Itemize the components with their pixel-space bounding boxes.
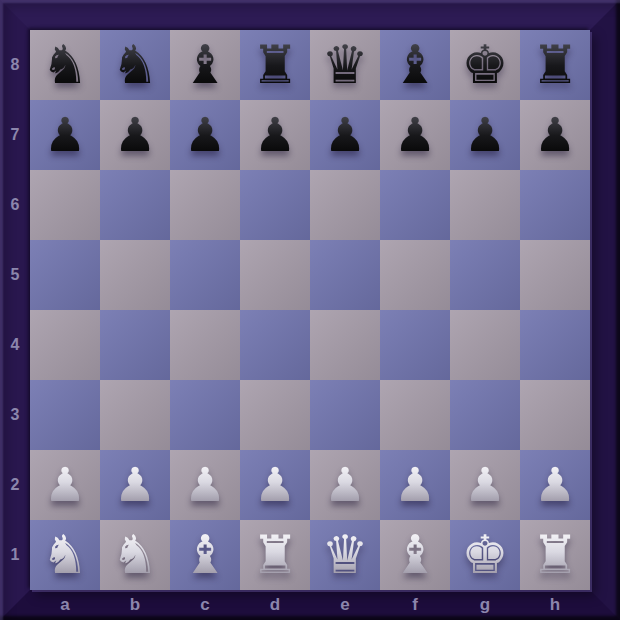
piece-white-pawn[interactable]: ♟: [534, 461, 576, 508]
square-h3[interactable]: [520, 380, 590, 450]
square-b2[interactable]: ♟: [100, 450, 170, 520]
square-g4[interactable]: [450, 310, 520, 380]
piece-white-knight[interactable]: ♞: [111, 528, 159, 581]
square-h4[interactable]: [520, 310, 590, 380]
square-g1[interactable]: ♚: [450, 520, 520, 590]
square-h8[interactable]: ♜: [520, 30, 590, 100]
piece-black-king[interactable]: ♚: [461, 38, 509, 91]
square-b4[interactable]: [100, 310, 170, 380]
square-d7[interactable]: ♟: [240, 100, 310, 170]
file-label-g: g: [450, 590, 520, 620]
square-b7[interactable]: ♟: [100, 100, 170, 170]
piece-black-knight[interactable]: ♞: [111, 38, 159, 91]
file-label-c: c: [170, 590, 240, 620]
square-a6[interactable]: [30, 170, 100, 240]
square-h2[interactable]: ♟: [520, 450, 590, 520]
file-label-h: h: [520, 590, 590, 620]
piece-white-rook[interactable]: ♜: [531, 528, 579, 581]
piece-black-pawn[interactable]: ♟: [114, 111, 156, 158]
square-b5[interactable]: [100, 240, 170, 310]
square-a4[interactable]: [30, 310, 100, 380]
piece-white-pawn[interactable]: ♟: [184, 461, 226, 508]
square-d4[interactable]: [240, 310, 310, 380]
rank-label-2: 2: [0, 450, 30, 520]
piece-white-pawn[interactable]: ♟: [44, 461, 86, 508]
rank-label-4: 4: [0, 310, 30, 380]
square-c4[interactable]: [170, 310, 240, 380]
piece-white-queen[interactable]: ♛: [321, 528, 369, 581]
square-e4[interactable]: [310, 310, 380, 380]
file-label-d: d: [240, 590, 310, 620]
piece-black-queen[interactable]: ♛: [321, 38, 369, 91]
square-c3[interactable]: [170, 380, 240, 450]
square-c8[interactable]: ♝: [170, 30, 240, 100]
square-d5[interactable]: [240, 240, 310, 310]
square-c5[interactable]: [170, 240, 240, 310]
square-f3[interactable]: [380, 380, 450, 450]
square-c7[interactable]: ♟: [170, 100, 240, 170]
file-label-f: f: [380, 590, 450, 620]
square-b6[interactable]: [100, 170, 170, 240]
square-h6[interactable]: [520, 170, 590, 240]
piece-black-pawn[interactable]: ♟: [464, 111, 506, 158]
piece-black-pawn[interactable]: ♟: [394, 111, 436, 158]
piece-white-pawn[interactable]: ♟: [464, 461, 506, 508]
square-a8[interactable]: ♞: [30, 30, 100, 100]
piece-white-pawn[interactable]: ♟: [254, 461, 296, 508]
square-h7[interactable]: ♟: [520, 100, 590, 170]
piece-white-knight[interactable]: ♞: [41, 528, 89, 581]
square-b3[interactable]: [100, 380, 170, 450]
piece-black-rook[interactable]: ♜: [251, 38, 299, 91]
square-a2[interactable]: ♟: [30, 450, 100, 520]
square-g6[interactable]: [450, 170, 520, 240]
file-label-e: e: [310, 590, 380, 620]
square-c6[interactable]: [170, 170, 240, 240]
piece-white-pawn[interactable]: ♟: [394, 461, 436, 508]
piece-white-pawn[interactable]: ♟: [324, 461, 366, 508]
piece-black-pawn[interactable]: ♟: [534, 111, 576, 158]
square-f5[interactable]: [380, 240, 450, 310]
square-d8[interactable]: ♜: [240, 30, 310, 100]
square-g8[interactable]: ♚: [450, 30, 520, 100]
square-f4[interactable]: [380, 310, 450, 380]
piece-white-bishop[interactable]: ♝: [391, 528, 439, 581]
piece-black-pawn[interactable]: ♟: [254, 111, 296, 158]
square-d3[interactable]: [240, 380, 310, 450]
square-a5[interactable]: [30, 240, 100, 310]
rank-label-1: 1: [0, 520, 30, 590]
square-e8[interactable]: ♛: [310, 30, 380, 100]
square-h1[interactable]: ♜: [520, 520, 590, 590]
rank-label-7: 7: [0, 100, 30, 170]
square-a1[interactable]: ♞: [30, 520, 100, 590]
square-b1[interactable]: ♞: [100, 520, 170, 590]
piece-black-bishop[interactable]: ♝: [391, 38, 439, 91]
square-a7[interactable]: ♟: [30, 100, 100, 170]
square-f8[interactable]: ♝: [380, 30, 450, 100]
rank-labels: 87654321: [0, 30, 30, 590]
piece-black-knight[interactable]: ♞: [41, 38, 89, 91]
square-f1[interactable]: ♝: [380, 520, 450, 590]
square-g3[interactable]: [450, 380, 520, 450]
square-e5[interactable]: [310, 240, 380, 310]
square-e7[interactable]: ♟: [310, 100, 380, 170]
piece-black-pawn[interactable]: ♟: [184, 111, 226, 158]
piece-white-rook[interactable]: ♜: [251, 528, 299, 581]
square-f2[interactable]: ♟: [380, 450, 450, 520]
piece-white-pawn[interactable]: ♟: [114, 461, 156, 508]
rank-label-3: 3: [0, 380, 30, 450]
piece-white-bishop[interactable]: ♝: [181, 528, 229, 581]
square-b8[interactable]: ♞: [100, 30, 170, 100]
piece-black-pawn[interactable]: ♟: [44, 111, 86, 158]
square-h5[interactable]: [520, 240, 590, 310]
file-label-a: a: [30, 590, 100, 620]
square-e6[interactable]: [310, 170, 380, 240]
piece-black-rook[interactable]: ♜: [531, 38, 579, 91]
square-f6[interactable]: [380, 170, 450, 240]
square-f7[interactable]: ♟: [380, 100, 450, 170]
square-g5[interactable]: [450, 240, 520, 310]
file-labels: abcdefgh: [30, 590, 590, 620]
piece-white-king[interactable]: ♚: [461, 528, 509, 581]
square-d1[interactable]: ♜: [240, 520, 310, 590]
square-d2[interactable]: ♟: [240, 450, 310, 520]
square-e1[interactable]: ♛: [310, 520, 380, 590]
rank-label-6: 6: [0, 170, 30, 240]
square-g7[interactable]: ♟: [450, 100, 520, 170]
file-label-b: b: [100, 590, 170, 620]
square-c2[interactable]: ♟: [170, 450, 240, 520]
square-e3[interactable]: [310, 380, 380, 450]
square-a3[interactable]: [30, 380, 100, 450]
chess-board: ♞♞♝♜♛♝♚♜♟♟♟♟♟♟♟♟♟♟♟♟♟♟♟♟♞♞♝♜♛♝♚♜: [30, 30, 590, 590]
board-frame: ♞♞♝♜♛♝♚♜♟♟♟♟♟♟♟♟♟♟♟♟♟♟♟♟♞♞♝♜♛♝♚♜ 8765432…: [0, 0, 620, 620]
square-c1[interactable]: ♝: [170, 520, 240, 590]
piece-black-pawn[interactable]: ♟: [324, 111, 366, 158]
square-g2[interactable]: ♟: [450, 450, 520, 520]
rank-label-5: 5: [0, 240, 30, 310]
rank-label-8: 8: [0, 30, 30, 100]
square-d6[interactable]: [240, 170, 310, 240]
piece-black-bishop[interactable]: ♝: [181, 38, 229, 91]
square-e2[interactable]: ♟: [310, 450, 380, 520]
